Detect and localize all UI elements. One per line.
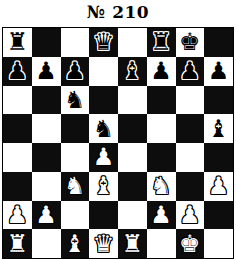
square-f2: ♟	[147, 201, 176, 230]
square-h1	[204, 229, 233, 258]
square-f1	[147, 229, 176, 258]
square-b1	[32, 229, 61, 258]
square-g6	[176, 86, 205, 115]
square-e5	[118, 114, 147, 143]
square-c6: ♞	[61, 86, 90, 115]
square-h8	[204, 28, 233, 57]
white-pawn-b2: ♟	[35, 203, 57, 227]
square-g3	[176, 172, 205, 201]
square-c5	[61, 114, 90, 143]
white-queen-d1: ♛	[93, 232, 115, 256]
black-bishop-e7: ♝	[122, 59, 144, 83]
square-f6	[147, 86, 176, 115]
black-queen-d8: ♛	[93, 30, 115, 54]
square-a8: ♜	[3, 28, 32, 57]
white-pawn-g2: ♟	[179, 203, 201, 227]
square-b8	[32, 28, 61, 57]
square-b4	[32, 143, 61, 172]
square-f3: ♞	[147, 172, 176, 201]
puzzle-diagram: № 210 ♜♛♜♚♟♟♟♝♟♟♟♞♞♝♟♞♝♞♟♟♟♟♟♜♝♛♜♚	[0, 0, 236, 260]
square-c8	[61, 28, 90, 57]
white-pawn-a2: ♟	[7, 203, 29, 227]
square-g1: ♚	[176, 229, 205, 258]
square-a5	[3, 114, 32, 143]
square-f5	[147, 114, 176, 143]
square-e2	[118, 201, 147, 230]
square-b5	[32, 114, 61, 143]
chess-board: ♜♛♜♚♟♟♟♝♟♟♟♞♞♝♟♞♝♞♟♟♟♟♟♜♝♛♜♚	[2, 27, 234, 259]
square-f7: ♟	[147, 57, 176, 86]
square-c4	[61, 143, 90, 172]
square-a4	[3, 143, 32, 172]
square-c3: ♞	[61, 172, 90, 201]
black-rook-f8: ♜	[150, 30, 172, 54]
square-b6	[32, 86, 61, 115]
white-king-g1: ♚	[179, 232, 201, 256]
puzzle-number-title: № 210	[0, 0, 236, 27]
square-d3: ♝	[89, 172, 118, 201]
square-d7	[89, 57, 118, 86]
square-g7: ♟	[176, 57, 205, 86]
square-a1: ♜	[3, 229, 32, 258]
square-e1: ♜	[118, 229, 147, 258]
white-rook-a1: ♜	[7, 232, 29, 256]
black-rook-a8: ♜	[7, 30, 29, 54]
square-h5: ♝	[204, 114, 233, 143]
square-e6	[118, 86, 147, 115]
square-h6	[204, 86, 233, 115]
square-d8: ♛	[89, 28, 118, 57]
square-d5: ♞	[89, 114, 118, 143]
square-d2	[89, 201, 118, 230]
white-bishop-c1: ♝	[64, 232, 86, 256]
square-b2: ♟	[32, 201, 61, 230]
black-pawn-a7: ♟	[7, 59, 29, 83]
black-pawn-h7: ♟	[208, 59, 230, 83]
square-f8: ♜	[147, 28, 176, 57]
square-a7: ♟	[3, 57, 32, 86]
black-pawn-f7: ♟	[150, 59, 172, 83]
square-a3	[3, 172, 32, 201]
square-h2	[204, 201, 233, 230]
square-d1: ♛	[89, 229, 118, 258]
square-h4	[204, 143, 233, 172]
square-h7: ♟	[204, 57, 233, 86]
square-e4	[118, 143, 147, 172]
white-pawn-f2: ♟	[150, 203, 172, 227]
white-pawn-h3: ♟	[208, 174, 230, 198]
white-bishop-d3: ♝	[93, 174, 115, 198]
square-f4	[147, 143, 176, 172]
square-e7: ♝	[118, 57, 147, 86]
square-a6	[3, 86, 32, 115]
square-a2: ♟	[3, 201, 32, 230]
square-b7: ♟	[32, 57, 61, 86]
square-h3: ♟	[204, 172, 233, 201]
square-c7: ♟	[61, 57, 90, 86]
black-pawn-g7: ♟	[179, 59, 201, 83]
square-g2: ♟	[176, 201, 205, 230]
black-knight-d5: ♞	[93, 117, 115, 141]
white-knight-c3: ♞	[64, 174, 86, 198]
square-e8	[118, 28, 147, 57]
black-pawn-b7: ♟	[35, 59, 57, 83]
square-c1: ♝	[61, 229, 90, 258]
black-king-g8: ♚	[179, 30, 201, 54]
square-g8: ♚	[176, 28, 205, 57]
black-knight-c6: ♞	[64, 88, 86, 112]
white-rook-e1: ♜	[122, 232, 144, 256]
square-d4: ♟	[89, 143, 118, 172]
square-c2	[61, 201, 90, 230]
square-d6	[89, 86, 118, 115]
square-g4	[176, 143, 205, 172]
white-pawn-d4: ♟	[93, 145, 115, 169]
square-e3	[118, 172, 147, 201]
square-g5	[176, 114, 205, 143]
square-b3	[32, 172, 61, 201]
white-knight-f3: ♞	[150, 174, 172, 198]
black-bishop-h5: ♝	[208, 117, 230, 141]
black-pawn-c7: ♟	[64, 59, 86, 83]
